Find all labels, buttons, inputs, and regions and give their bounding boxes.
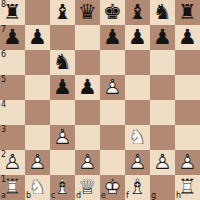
piece-white-pawn[interactable]: ♟♙ <box>153 152 172 173</box>
square-b4[interactable] <box>25 100 50 125</box>
piece-white-queen[interactable]: ♛♕ <box>78 177 97 198</box>
square-a8[interactable]: 8♜ <box>0 0 25 25</box>
piece-black-pawn[interactable]: ♟ <box>103 27 122 48</box>
square-f3[interactable]: ♞♘ <box>125 125 150 150</box>
square-a4[interactable]: 4 <box>0 100 25 125</box>
piece-black-rook[interactable]: ♜ <box>178 2 197 23</box>
piece-black-pawn[interactable]: ♟ <box>28 27 47 48</box>
piece-white-pawn[interactable]: ♟♙ <box>53 127 72 148</box>
square-a5[interactable]: 5 <box>0 75 25 100</box>
square-c5[interactable]: ♟ <box>50 75 75 100</box>
square-f1[interactable]: f♝♗ <box>125 175 150 200</box>
square-h8[interactable]: ♜ <box>175 0 200 25</box>
square-c1[interactable]: c♝♗ <box>50 175 75 200</box>
square-c7[interactable] <box>50 25 75 50</box>
square-h2[interactable]: ♟♙ <box>175 150 200 175</box>
square-e2[interactable] <box>100 150 125 175</box>
square-c6[interactable]: ♞ <box>50 50 75 75</box>
square-b7[interactable]: ♟ <box>25 25 50 50</box>
square-h4[interactable] <box>175 100 200 125</box>
square-a3[interactable]: 3 <box>0 125 25 150</box>
square-c4[interactable] <box>50 100 75 125</box>
piece-black-pawn[interactable]: ♟ <box>78 77 97 98</box>
square-g4[interactable] <box>150 100 175 125</box>
square-h7[interactable]: ♟ <box>175 25 200 50</box>
piece-black-pawn[interactable]: ♟ <box>178 27 197 48</box>
square-g6[interactable] <box>150 50 175 75</box>
piece-white-king[interactable]: ♚♔ <box>103 177 122 198</box>
square-b2[interactable]: ♟♙ <box>25 150 50 175</box>
piece-black-pawn[interactable]: ♟ <box>153 27 172 48</box>
square-e3[interactable] <box>100 125 125 150</box>
square-f2[interactable]: ♟♙ <box>125 150 150 175</box>
square-b1[interactable]: b♞♘ <box>25 175 50 200</box>
piece-white-knight[interactable]: ♞♘ <box>128 127 147 148</box>
square-a1[interactable]: 1a♜♖ <box>0 175 25 200</box>
square-g8[interactable]: ♞ <box>150 0 175 25</box>
piece-black-king[interactable]: ♚ <box>103 2 122 23</box>
square-d8[interactable]: ♛ <box>75 0 100 25</box>
square-h5[interactable] <box>175 75 200 100</box>
square-c8[interactable]: ♝ <box>50 0 75 25</box>
piece-white-pawn[interactable]: ♟♙ <box>178 152 197 173</box>
piece-white-pawn[interactable]: ♟♙ <box>128 152 147 173</box>
piece-white-pawn[interactable]: ♟♙ <box>3 152 22 173</box>
square-b3[interactable] <box>25 125 50 150</box>
square-e5[interactable]: ♟♙ <box>100 75 125 100</box>
square-h3[interactable] <box>175 125 200 150</box>
rank-label: 5 <box>1 76 6 84</box>
square-d4[interactable] <box>75 100 100 125</box>
piece-black-knight[interactable]: ♞ <box>153 2 172 23</box>
square-e1[interactable]: e♚♔ <box>100 175 125 200</box>
square-f6[interactable] <box>125 50 150 75</box>
square-c3[interactable]: ♟♙ <box>50 125 75 150</box>
square-d2[interactable]: ♟♙ <box>75 150 100 175</box>
square-g2[interactable]: ♟♙ <box>150 150 175 175</box>
piece-white-pawn[interactable]: ♟♙ <box>28 152 47 173</box>
rank-label: 4 <box>1 101 6 109</box>
square-d5[interactable]: ♟ <box>75 75 100 100</box>
square-g1[interactable]: g <box>150 175 175 200</box>
file-label: g <box>151 192 156 200</box>
piece-black-pawn[interactable]: ♟ <box>3 27 22 48</box>
square-d6[interactable] <box>75 50 100 75</box>
square-d3[interactable] <box>75 125 100 150</box>
square-f5[interactable] <box>125 75 150 100</box>
square-e8[interactable]: ♚ <box>100 0 125 25</box>
piece-white-pawn[interactable]: ♟♙ <box>103 77 122 98</box>
square-b5[interactable] <box>25 75 50 100</box>
piece-white-rook[interactable]: ♜♖ <box>3 177 22 198</box>
piece-white-bishop[interactable]: ♝♗ <box>53 177 72 198</box>
square-e4[interactable] <box>100 100 125 125</box>
square-a2[interactable]: 2♟♙ <box>0 150 25 175</box>
piece-white-knight[interactable]: ♞♘ <box>28 177 47 198</box>
piece-black-bishop[interactable]: ♝ <box>128 2 147 23</box>
piece-black-queen[interactable]: ♛ <box>78 2 97 23</box>
square-a7[interactable]: 7♟ <box>0 25 25 50</box>
square-d7[interactable] <box>75 25 100 50</box>
piece-black-pawn[interactable]: ♟ <box>128 27 147 48</box>
piece-white-pawn[interactable]: ♟♙ <box>78 152 97 173</box>
piece-white-bishop[interactable]: ♝♗ <box>128 177 147 198</box>
square-c2[interactable] <box>50 150 75 175</box>
rank-label: 6 <box>1 51 6 59</box>
square-e6[interactable] <box>100 50 125 75</box>
piece-black-bishop[interactable]: ♝ <box>53 2 72 23</box>
square-d1[interactable]: d♛♕ <box>75 175 100 200</box>
square-f8[interactable]: ♝ <box>125 0 150 25</box>
square-b6[interactable] <box>25 50 50 75</box>
square-b8[interactable] <box>25 0 50 25</box>
square-f4[interactable] <box>125 100 150 125</box>
piece-black-rook[interactable]: ♜ <box>3 2 22 23</box>
square-g3[interactable] <box>150 125 175 150</box>
square-g5[interactable] <box>150 75 175 100</box>
square-e7[interactable]: ♟ <box>100 25 125 50</box>
square-a6[interactable]: 6 <box>0 50 25 75</box>
piece-black-knight[interactable]: ♞ <box>53 52 72 73</box>
piece-black-pawn[interactable]: ♟ <box>53 77 72 98</box>
square-g7[interactable]: ♟ <box>150 25 175 50</box>
square-h6[interactable] <box>175 50 200 75</box>
square-f7[interactable]: ♟ <box>125 25 150 50</box>
square-h1[interactable]: h♜♖ <box>175 175 200 200</box>
chess-board: 8♜♝♛♚♝♞♜7♟♟♟♟♟♟6♞5♟♟♟♙43♟♙♞♘2♟♙♟♙♟♙♟♙♟♙♟… <box>0 0 200 200</box>
rank-label: 3 <box>1 126 6 134</box>
piece-white-rook[interactable]: ♜♖ <box>178 177 197 198</box>
